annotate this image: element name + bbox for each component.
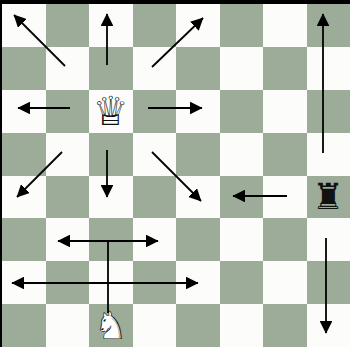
square-g2 <box>263 261 307 304</box>
square-g4 <box>263 176 307 219</box>
square-c6: ♛♕ <box>89 90 133 133</box>
chessboard: ♛♕♜♞♘ <box>2 4 350 347</box>
square-d2 <box>133 261 177 304</box>
square-h7 <box>307 47 350 90</box>
square-g1 <box>263 304 307 347</box>
square-a4 <box>2 176 46 219</box>
white-queen: ♛♕ <box>89 90 133 133</box>
square-c2 <box>89 261 133 304</box>
square-g6 <box>263 90 307 133</box>
square-c8 <box>89 4 133 47</box>
square-a8 <box>2 4 46 47</box>
square-h5 <box>307 133 350 176</box>
white-queen-outline-glyph: ♕ <box>89 90 133 133</box>
square-g7 <box>263 47 307 90</box>
square-c3 <box>89 218 133 261</box>
square-f4 <box>220 176 264 219</box>
square-d3 <box>133 218 177 261</box>
square-b7 <box>46 47 90 90</box>
square-d8 <box>133 4 177 47</box>
square-f7 <box>220 47 264 90</box>
square-b8 <box>46 4 90 47</box>
board-frame: ♛♕♜♞♘ <box>0 0 350 347</box>
square-e7 <box>176 47 220 90</box>
square-a5 <box>2 133 46 176</box>
square-f3 <box>220 218 264 261</box>
square-d7 <box>133 47 177 90</box>
square-b5 <box>46 133 90 176</box>
square-e2 <box>176 261 220 304</box>
square-h4: ♜ <box>307 176 350 219</box>
square-f6 <box>220 90 264 133</box>
square-e4 <box>176 176 220 219</box>
square-c5 <box>89 133 133 176</box>
square-h1 <box>307 304 350 347</box>
square-c4 <box>89 176 133 219</box>
square-d5 <box>133 133 177 176</box>
white-knight: ♞♘ <box>89 304 133 347</box>
square-f2 <box>220 261 264 304</box>
square-b6 <box>46 90 90 133</box>
square-e8 <box>176 4 220 47</box>
square-a3 <box>2 218 46 261</box>
chess-move-diagram: ♛♕♜♞♘ <box>0 0 350 347</box>
square-f8 <box>220 4 264 47</box>
square-d4 <box>133 176 177 219</box>
square-d6 <box>133 90 177 133</box>
square-e6 <box>176 90 220 133</box>
square-h6 <box>307 90 350 133</box>
square-a2 <box>2 261 46 304</box>
square-b3 <box>46 218 90 261</box>
square-g8 <box>263 4 307 47</box>
square-c1: ♞♘ <box>89 304 133 347</box>
square-d1 <box>133 304 177 347</box>
square-f1 <box>220 304 264 347</box>
square-e3 <box>176 218 220 261</box>
black-rook: ♜ <box>307 176 350 219</box>
square-c7 <box>89 47 133 90</box>
square-h2 <box>307 261 350 304</box>
square-h3 <box>307 218 350 261</box>
square-a6 <box>2 90 46 133</box>
square-g3 <box>263 218 307 261</box>
square-h8 <box>307 4 350 47</box>
square-b2 <box>46 261 90 304</box>
square-a7 <box>2 47 46 90</box>
square-b4 <box>46 176 90 219</box>
square-a1 <box>2 304 46 347</box>
square-b1 <box>46 304 90 347</box>
white-knight-outline-glyph: ♘ <box>89 304 133 347</box>
square-f5 <box>220 133 264 176</box>
square-g5 <box>263 133 307 176</box>
square-e5 <box>176 133 220 176</box>
square-e1 <box>176 304 220 347</box>
